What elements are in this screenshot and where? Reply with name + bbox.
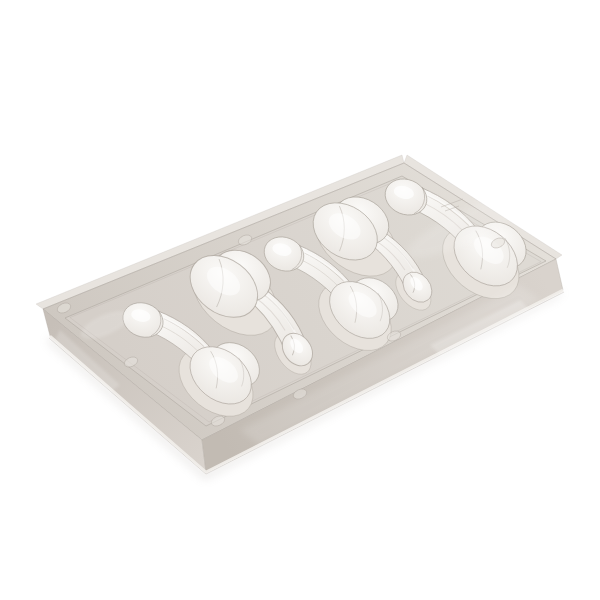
product-photo — [0, 0, 600, 600]
mold-tray-photo — [0, 0, 600, 600]
